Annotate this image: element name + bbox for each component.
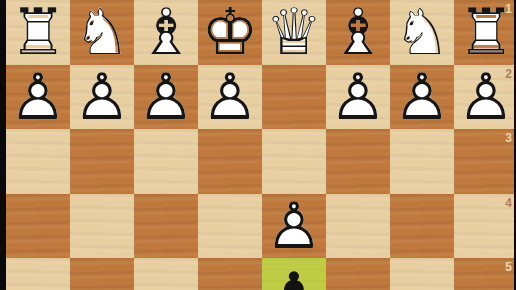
square-c3[interactable]: [326, 129, 390, 194]
square-e4[interactable]: [198, 194, 262, 259]
square-h3[interactable]: [6, 129, 70, 194]
white-pawn-icon: ♙: [198, 65, 262, 130]
square-h2[interactable]: ♟♙: [6, 65, 70, 130]
square-a1[interactable]: ♜♖: [454, 0, 516, 65]
square-d1[interactable]: ♛♕: [262, 0, 326, 65]
square-e3[interactable]: [198, 129, 262, 194]
piece-white-king-e1[interactable]: ♚♔: [198, 0, 262, 65]
square-b3[interactable]: [390, 129, 454, 194]
white-pawn-icon: ♙: [390, 65, 454, 130]
piece-white-bishop-f1[interactable]: ♝♗: [134, 0, 198, 65]
piece-white-bishop-c1[interactable]: ♝♗: [326, 0, 390, 65]
square-f1[interactable]: ♝♗: [134, 0, 198, 65]
piece-white-pawn-c2[interactable]: ♟♙: [326, 65, 390, 130]
square-a5[interactable]: [454, 258, 516, 290]
piece-white-pawn-a2[interactable]: ♟♙: [454, 65, 516, 130]
square-f4[interactable]: [134, 194, 198, 259]
piece-black-pawn-d5[interactable]: ♟: [262, 264, 326, 290]
white-rook-icon: ♖: [454, 0, 516, 65]
square-c1[interactable]: ♝♗: [326, 0, 390, 65]
square-e5[interactable]: [198, 258, 262, 290]
square-f2[interactable]: ♟♙: [134, 65, 198, 130]
piece-white-knight-g1[interactable]: ♞♘: [70, 0, 134, 65]
square-d5[interactable]: ♟: [262, 258, 326, 290]
square-h4[interactable]: [6, 194, 70, 259]
white-bishop-icon: ♗: [326, 0, 390, 65]
white-pawn-icon: ♙: [6, 65, 70, 130]
square-d3[interactable]: [262, 129, 326, 194]
square-b5[interactable]: [390, 258, 454, 290]
white-bishop-icon: ♗: [134, 0, 198, 65]
white-king-icon: ♔: [198, 0, 262, 65]
piece-white-pawn-d4[interactable]: ♟♙: [262, 194, 326, 259]
square-c5[interactable]: [326, 258, 390, 290]
black-pawn-icon: ♟: [262, 264, 326, 290]
white-pawn-icon: ♙: [262, 194, 326, 259]
square-g1[interactable]: ♞♘: [70, 0, 134, 65]
square-a3[interactable]: [454, 129, 516, 194]
white-knight-icon: ♘: [70, 0, 134, 65]
square-b4[interactable]: [390, 194, 454, 259]
square-g5[interactable]: [70, 258, 134, 290]
square-g2[interactable]: ♟♙: [70, 65, 134, 130]
square-g4[interactable]: [70, 194, 134, 259]
piece-white-pawn-e2[interactable]: ♟♙: [198, 65, 262, 130]
white-knight-icon: ♘: [390, 0, 454, 65]
white-rook-icon: ♖: [6, 0, 70, 65]
square-b2[interactable]: ♟♙: [390, 65, 454, 130]
white-queen-icon: ♕: [262, 0, 326, 65]
piece-white-knight-b1[interactable]: ♞♘: [390, 0, 454, 65]
square-g3[interactable]: [70, 129, 134, 194]
white-pawn-icon: ♙: [134, 65, 198, 130]
piece-white-rook-h1[interactable]: ♜♖: [6, 0, 70, 65]
white-pawn-icon: ♙: [70, 65, 134, 130]
square-e1[interactable]: ♚♔: [198, 0, 262, 65]
letterbox-left: [0, 0, 6, 290]
square-d2[interactable]: [262, 65, 326, 130]
square-h1[interactable]: ♜♖: [6, 0, 70, 65]
square-d4[interactable]: ♟♙: [262, 194, 326, 259]
square-b1[interactable]: ♞♘: [390, 0, 454, 65]
white-pawn-icon: ♙: [454, 65, 516, 130]
chess-board-stage: ♜♖♞♘♝♗♚♔♛♕♝♗♞♘♜♖♟♙♟♙♟♙♟♙♟♙♟♙♟♙♟♙♟ 12345: [0, 0, 516, 290]
white-pawn-icon: ♙: [326, 65, 390, 130]
square-f3[interactable]: [134, 129, 198, 194]
square-c4[interactable]: [326, 194, 390, 259]
piece-white-pawn-f2[interactable]: ♟♙: [134, 65, 198, 130]
piece-white-rook-a1[interactable]: ♜♖: [454, 0, 516, 65]
chess-board: ♜♖♞♘♝♗♚♔♛♕♝♗♞♘♜♖♟♙♟♙♟♙♟♙♟♙♟♙♟♙♟♙♟: [6, 0, 516, 290]
piece-white-pawn-h2[interactable]: ♟♙: [6, 65, 70, 130]
square-e2[interactable]: ♟♙: [198, 65, 262, 130]
square-c2[interactable]: ♟♙: [326, 65, 390, 130]
piece-white-pawn-g2[interactable]: ♟♙: [70, 65, 134, 130]
square-h5[interactable]: [6, 258, 70, 290]
piece-white-queen-d1[interactable]: ♛♕: [262, 0, 326, 65]
square-a4[interactable]: [454, 194, 516, 259]
square-a2[interactable]: ♟♙: [454, 65, 516, 130]
piece-white-pawn-b2[interactable]: ♟♙: [390, 65, 454, 130]
square-f5[interactable]: [134, 258, 198, 290]
